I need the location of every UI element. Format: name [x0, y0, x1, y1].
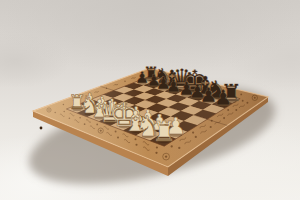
background-fur: ♜♞♟♝♟♛♟♚♟♝♟♞♟♜♟♟♟♟♜♟♞♟♝♟♛♟♚♟♝♟♞♜ [0, 0, 300, 200]
piece-white-rook-h1: ♜ [152, 115, 177, 147]
chessboard-scene: ♜♞♟♝♟♛♟♚♟♝♟♞♟♜♟♟♟♟♜♟♞♟♝♟♛♟♚♟♝♟♞♜ [0, 0, 300, 200]
clasp [40, 127, 43, 130]
piece-black-pawn-h7: ♟ [214, 86, 233, 110]
